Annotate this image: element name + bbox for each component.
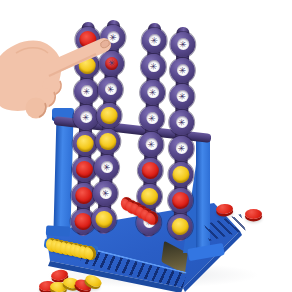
red-disc[interactable] <box>76 160 93 177</box>
ring-c4-r8[interactable] <box>168 213 193 238</box>
red-disc[interactable] <box>75 186 92 203</box>
ring-c4-r5[interactable]: ✳ <box>169 135 194 160</box>
yellow-disc[interactable] <box>99 132 117 150</box>
red-disc[interactable] <box>172 191 189 208</box>
red-disc[interactable] <box>245 209 262 219</box>
spin-column-4[interactable]: ✳✳✳✳✳ <box>167 31 197 239</box>
ring-c3-r6[interactable] <box>137 157 163 183</box>
ring-c3-r2[interactable]: ✳ <box>141 53 167 79</box>
yellow-disc[interactable] <box>172 217 189 234</box>
ring-hub-icon: ✳ <box>178 92 186 101</box>
ring-c4-r4[interactable]: ✳ <box>169 109 194 134</box>
red-disc[interactable] <box>142 161 159 178</box>
ring-c4-r1[interactable]: ✳ <box>170 31 195 56</box>
ring-c2-r6[interactable]: ✳ <box>93 154 119 180</box>
ring-c3-r4[interactable]: ✳ <box>139 105 165 131</box>
yellow-disc[interactable] <box>141 187 158 204</box>
ring-hub-icon: ✳ <box>179 40 187 49</box>
ring-c2-r8[interactable] <box>91 206 117 232</box>
ring-hub-icon: ✳ <box>179 66 187 75</box>
ring-c4-r3[interactable]: ✳ <box>169 83 194 108</box>
ring-hub-icon: ✳ <box>177 144 185 153</box>
pointing-hand <box>0 26 124 128</box>
ring-hub-icon: ✳ <box>103 163 111 172</box>
ring-c3-r3[interactable]: ✳ <box>140 79 166 105</box>
ring-c4-r6[interactable] <box>168 161 193 186</box>
ring-c4-r7[interactable] <box>168 187 193 212</box>
connect-four-spin-scene: ✳✳✳✳✳✳✳✳✳✳✳✳✳✳✳✳✳✳ <box>0 0 292 292</box>
yellow-disc[interactable] <box>172 165 189 182</box>
ring-hub-icon: ✳ <box>147 140 155 149</box>
ring-hub-icon: ✳ <box>149 88 157 97</box>
ring-hub-icon: ✳ <box>150 62 158 71</box>
yellow-disc[interactable] <box>95 210 113 228</box>
ring-hub-icon: ✳ <box>178 118 186 127</box>
ring-hub-icon: ✳ <box>148 114 156 123</box>
ring-c3-r5[interactable]: ✳ <box>138 131 164 157</box>
ring-c2-r7[interactable]: ✳ <box>92 180 118 206</box>
ring-c4-r2[interactable]: ✳ <box>170 57 195 82</box>
ring-c2-r5[interactable] <box>95 128 121 154</box>
yellow-disc[interactable] <box>76 134 93 151</box>
ring-hub-icon: ✳ <box>101 189 109 198</box>
ring-c3-r1[interactable]: ✳ <box>141 27 167 53</box>
ring-hub-icon: ✳ <box>150 36 158 45</box>
